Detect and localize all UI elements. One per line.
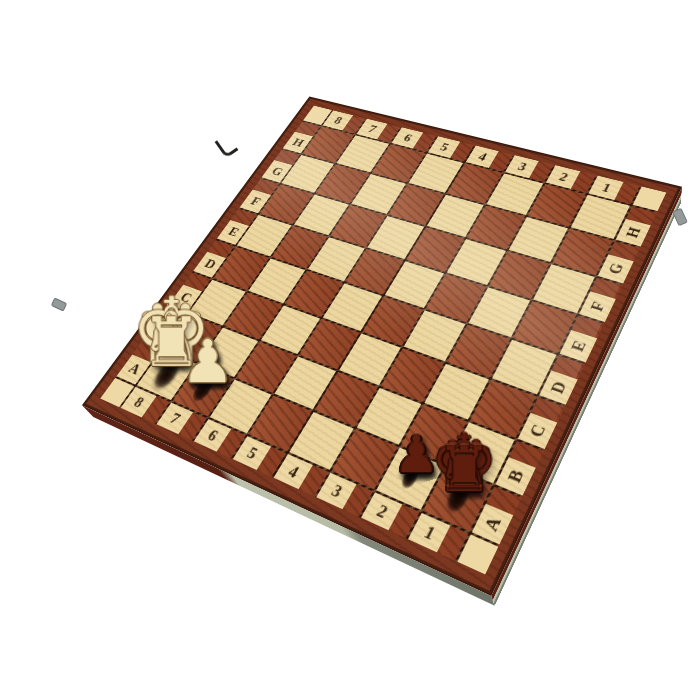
piece-glyph: ♟ xyxy=(132,332,284,392)
hinge-icon-right xyxy=(672,208,688,227)
chessboard: ABCDEFGH8877665544332211ABCDEFGH ♜♞♝♛♚♝♞… xyxy=(82,97,682,597)
clasp-icon xyxy=(215,134,239,159)
board-face: ABCDEFGH8877665544332211ABCDEFGH ♜♞♝♛♚♝♞… xyxy=(82,97,682,597)
scene: ABCDEFGH8877665544332211ABCDEFGH ♜♞♝♛♚♝♞… xyxy=(0,0,700,700)
pieces-layer: ♜♞♝♛♚♝♞♜♟♟♟♟♟♟♟♟♟♟♟♟♟♟♟♟♜♞♝♛♚♝♞♜ xyxy=(83,97,680,594)
piece-glyph: ♜ xyxy=(377,439,551,501)
hinge-icon-left xyxy=(51,297,67,311)
